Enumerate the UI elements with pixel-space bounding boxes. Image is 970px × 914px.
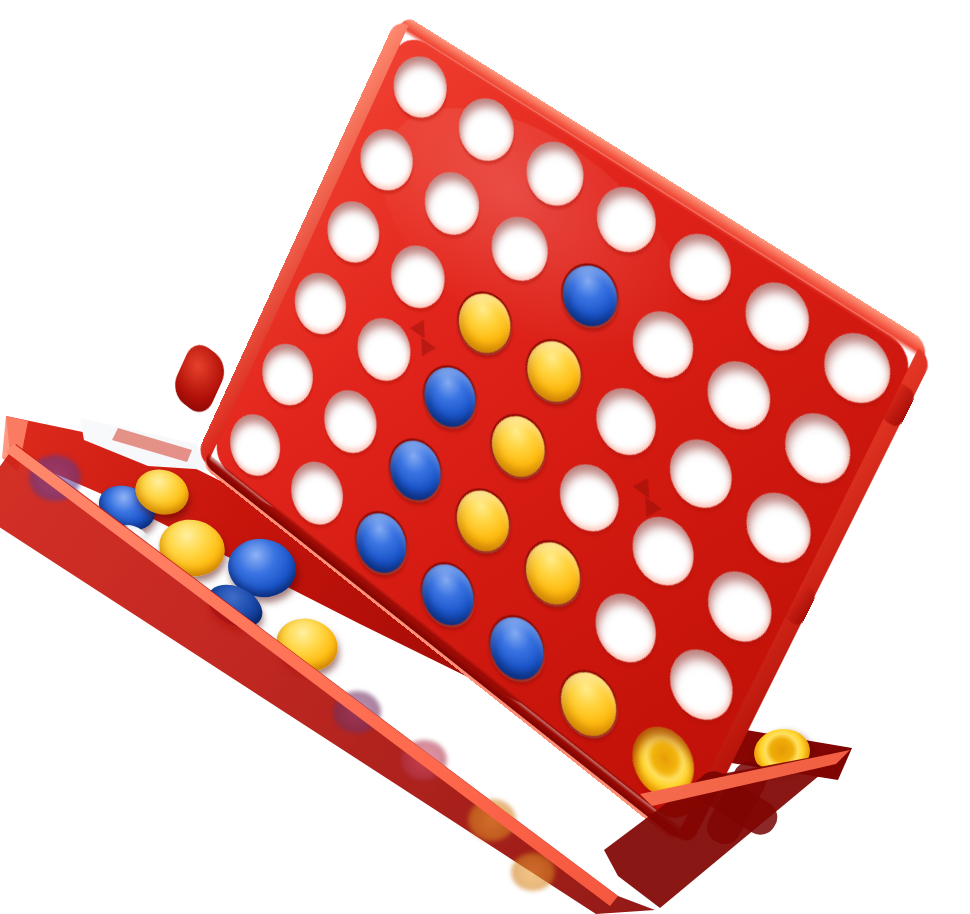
ghost-disc-layer <box>0 0 970 914</box>
game-photo-stage <box>0 0 970 914</box>
